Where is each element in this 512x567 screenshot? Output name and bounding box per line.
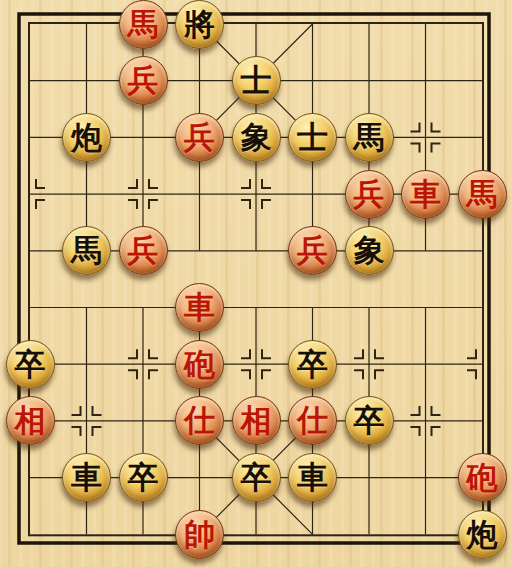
intersection-5-1[interactable] <box>302 70 324 92</box>
intersection-6-6[interactable] <box>358 353 380 375</box>
intersection-7-1[interactable] <box>415 70 437 92</box>
intersection-1-1[interactable] <box>76 70 98 92</box>
piece-black-advisor[interactable]: 士 <box>232 56 281 105</box>
intersection-3-1[interactable] <box>189 70 211 92</box>
piece-black-general[interactable]: 將 <box>175 0 224 49</box>
piece-black-soldier[interactable]: 卒 <box>288 340 337 389</box>
intersection-7-4[interactable] <box>415 240 437 262</box>
piece-black-advisor[interactable]: 士 <box>288 113 337 162</box>
piece-red-soldier[interactable]: 兵 <box>119 56 168 105</box>
intersection-5-0[interactable] <box>302 13 324 35</box>
intersection-7-2[interactable] <box>415 126 437 148</box>
intersection-1-5[interactable] <box>76 297 98 319</box>
xiangqi-board: 馬將兵士炮兵象士馬兵車馬馬兵兵象車卒砲卒相仕相仕卒車卒卒車砲帥炮 <box>0 0 512 567</box>
intersection-5-9[interactable] <box>302 523 324 545</box>
intersection-8-2[interactable] <box>471 126 493 148</box>
intersection-4-3[interactable] <box>245 183 267 205</box>
intersection-0-3[interactable] <box>19 183 41 205</box>
piece-black-horse[interactable]: 馬 <box>62 226 111 275</box>
piece-red-horse[interactable]: 馬 <box>119 0 168 49</box>
piece-black-chariot[interactable]: 車 <box>288 453 337 502</box>
intersection-1-0[interactable] <box>76 13 98 35</box>
intersection-4-5[interactable] <box>245 297 267 319</box>
intersection-0-9[interactable] <box>19 523 41 545</box>
intersection-2-9[interactable] <box>132 523 154 545</box>
piece-red-chariot[interactable]: 車 <box>175 283 224 332</box>
piece-red-elephant[interactable]: 相 <box>232 396 281 445</box>
intersection-6-5[interactable] <box>358 297 380 319</box>
piece-red-elephant[interactable]: 相 <box>6 396 55 445</box>
piece-black-elephant[interactable]: 象 <box>345 226 394 275</box>
piece-red-soldier[interactable]: 兵 <box>119 226 168 275</box>
intersection-6-8[interactable] <box>358 467 380 489</box>
intersection-2-7[interactable] <box>132 410 154 432</box>
piece-black-cannon[interactable]: 炮 <box>62 113 111 162</box>
intersection-7-5[interactable] <box>415 297 437 319</box>
intersection-8-1[interactable] <box>471 70 493 92</box>
intersection-8-5[interactable] <box>471 297 493 319</box>
intersection-1-7[interactable] <box>76 410 98 432</box>
piece-black-soldier[interactable]: 卒 <box>119 453 168 502</box>
intersection-2-5[interactable] <box>132 297 154 319</box>
intersection-2-2[interactable] <box>132 126 154 148</box>
intersection-3-3[interactable] <box>189 183 211 205</box>
intersection-8-4[interactable] <box>471 240 493 262</box>
intersection-7-6[interactable] <box>415 353 437 375</box>
piece-red-horse[interactable]: 馬 <box>458 170 507 219</box>
piece-black-soldier[interactable]: 卒 <box>232 453 281 502</box>
piece-black-soldier[interactable]: 卒 <box>345 396 394 445</box>
intersection-2-3[interactable] <box>132 183 154 205</box>
piece-red-cannon[interactable]: 砲 <box>458 453 507 502</box>
intersection-2-6[interactable] <box>132 353 154 375</box>
intersection-5-3[interactable] <box>302 183 324 205</box>
piece-red-soldier[interactable]: 兵 <box>288 226 337 275</box>
intersection-7-8[interactable] <box>415 467 437 489</box>
intersection-6-9[interactable] <box>358 523 380 545</box>
intersection-7-0[interactable] <box>415 13 437 35</box>
intersection-0-0[interactable] <box>19 13 41 35</box>
intersection-1-3[interactable] <box>76 183 98 205</box>
intersection-4-0[interactable] <box>245 13 267 35</box>
intersection-1-6[interactable] <box>76 353 98 375</box>
piece-red-general[interactable]: 帥 <box>175 510 224 559</box>
intersection-8-7[interactable] <box>471 410 493 432</box>
piece-black-horse[interactable]: 馬 <box>345 113 394 162</box>
piece-red-soldier[interactable]: 兵 <box>345 170 394 219</box>
intersection-7-7[interactable] <box>415 410 437 432</box>
intersection-1-9[interactable] <box>76 523 98 545</box>
piece-red-soldier[interactable]: 兵 <box>175 113 224 162</box>
intersection-4-4[interactable] <box>245 240 267 262</box>
intersection-8-0[interactable] <box>471 13 493 35</box>
piece-black-cannon[interactable]: 炮 <box>458 510 507 559</box>
intersection-0-5[interactable] <box>19 297 41 319</box>
intersection-6-1[interactable] <box>358 70 380 92</box>
intersection-0-4[interactable] <box>19 240 41 262</box>
intersection-5-5[interactable] <box>302 297 324 319</box>
intersection-4-9[interactable] <box>245 523 267 545</box>
intersection-0-8[interactable] <box>19 467 41 489</box>
intersection-8-6[interactable] <box>471 353 493 375</box>
piece-red-cannon[interactable]: 砲 <box>175 340 224 389</box>
intersection-6-0[interactable] <box>358 13 380 35</box>
piece-black-soldier[interactable]: 卒 <box>6 340 55 389</box>
piece-black-chariot[interactable]: 車 <box>62 453 111 502</box>
intersection-3-4[interactable] <box>189 240 211 262</box>
piece-black-elephant[interactable]: 象 <box>232 113 281 162</box>
intersection-7-9[interactable] <box>415 523 437 545</box>
intersection-0-1[interactable] <box>19 70 41 92</box>
intersection-0-2[interactable] <box>19 126 41 148</box>
piece-red-chariot[interactable]: 車 <box>401 170 450 219</box>
intersection-4-6[interactable] <box>245 353 267 375</box>
intersection-3-8[interactable] <box>189 467 211 489</box>
